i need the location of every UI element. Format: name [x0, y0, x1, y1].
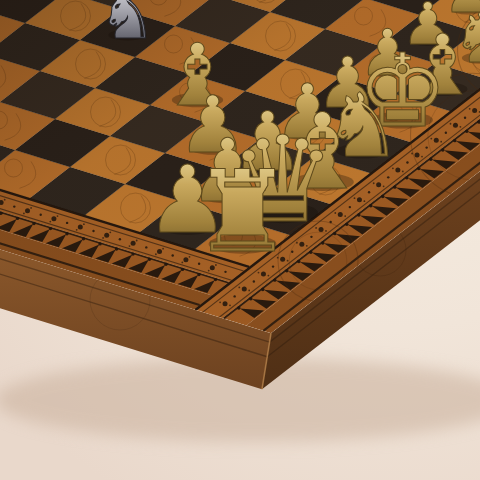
chess-scene: ♟♛♞♟♞♟♝♝♟♚♟♟♞♟♝♟♛♟♜	[0, 0, 480, 480]
piece-gold-rook-a1: ♜	[192, 146, 294, 278]
chessboard-photo: ♟♛♞♟♞♟♝♝♟♚♟♟♞♟♝♟♛♟♜	[0, 0, 480, 480]
piece-silver-knight-e6: ♞	[99, 0, 156, 53]
piece-silver-queen-d8: ♛	[0, 0, 11, 54]
